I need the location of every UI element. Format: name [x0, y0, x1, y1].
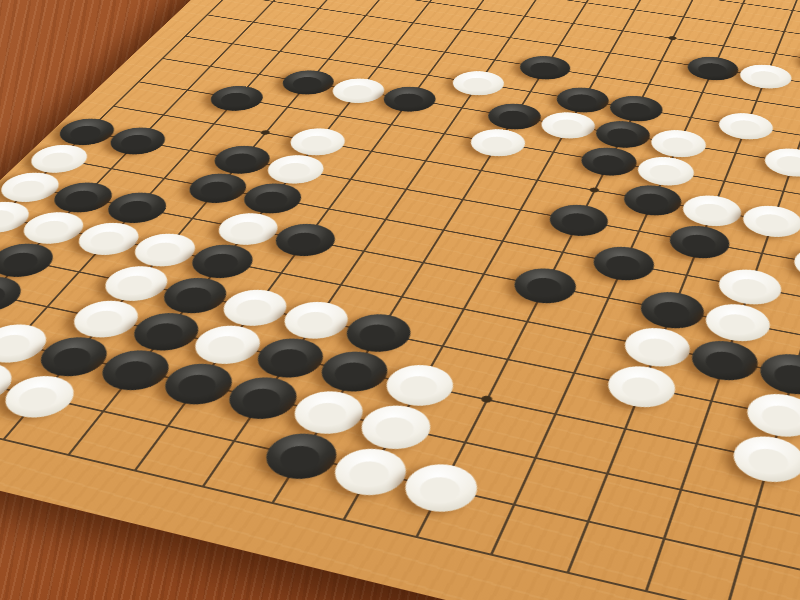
stone-glyph: ●	[725, 267, 775, 307]
stone-glyph: ●	[630, 325, 685, 369]
stone-glyph: ●	[642, 155, 689, 188]
stone-glyph: ●	[692, 55, 734, 82]
stone-glyph: ●	[724, 111, 767, 141]
go-board[interactable]: ●●●●●●●●●●●●●●●●●●●●●●●●●●●●●●●●●●●●●●●●…	[0, 0, 800, 600]
stone-glyph: ●	[598, 244, 650, 283]
star-point	[260, 130, 272, 136]
stone-glyph: ●	[613, 363, 670, 410]
stone-glyph: ●	[628, 183, 676, 218]
stone-glyph: ●	[473, 127, 522, 158]
stone-glyph: ●	[523, 54, 568, 81]
stone-glyph: ●	[560, 86, 605, 115]
stone-glyph: ●	[675, 224, 724, 261]
stone-glyph: ●	[614, 94, 659, 123]
stone-glyph: ●	[745, 63, 786, 90]
stone-glyph: ●	[585, 146, 633, 178]
stone-glyph: ●	[740, 433, 797, 485]
stone-glyph: ●	[518, 266, 572, 306]
stone-glyph: ●	[688, 193, 736, 228]
stone-glyph: ●	[491, 102, 538, 132]
star-point	[589, 187, 600, 193]
stone-glyph: ●	[749, 204, 796, 240]
stone-glyph: ●	[646, 289, 699, 331]
stone-glyph: ●	[712, 302, 764, 344]
go-photo-scene: ●●●●●●●●●●●●●●●●●●●●●●●●●●●●●●●●●●●●●●●●…	[0, 0, 800, 600]
star-point	[668, 36, 678, 41]
star-point	[480, 395, 494, 404]
stone-glyph: ●	[553, 203, 604, 239]
stone-glyph: ●	[600, 119, 646, 150]
stone-glyph: ●	[698, 338, 752, 383]
stone-glyph: ●	[545, 110, 592, 140]
stone-glyph: ●	[656, 128, 701, 159]
